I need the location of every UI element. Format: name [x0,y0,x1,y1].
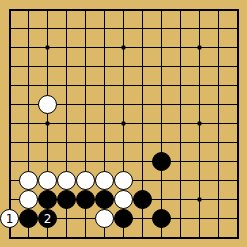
stone-white [57,171,76,190]
star-point [197,197,201,201]
stone-black [114,209,133,228]
go-board[interactable]: 12 [0,0,247,247]
stone-black [152,209,171,228]
star-point [121,45,125,49]
stone-white [114,190,133,209]
stone-white [95,171,114,190]
star-point [45,45,49,49]
stone-white [114,171,133,190]
stone-black [152,152,171,171]
stone-white [19,171,38,190]
stone-black [133,190,152,209]
stone-black [76,190,95,209]
stone-white [95,209,114,228]
star-point [197,45,201,49]
numbered-stone-white: 1 [0,209,19,228]
move-label: 1 [6,212,14,224]
stone-white [38,171,57,190]
star-point [197,121,201,125]
star-point [45,121,49,125]
stone-white [19,190,38,209]
numbered-stone-black: 2 [38,209,57,228]
move-label: 2 [44,212,52,224]
stone-black [19,209,38,228]
stone-white [38,95,57,114]
stone-black [38,190,57,209]
star-point [121,121,125,125]
stone-black [95,190,114,209]
stone-black [57,190,76,209]
stone-white [76,171,95,190]
